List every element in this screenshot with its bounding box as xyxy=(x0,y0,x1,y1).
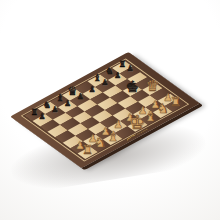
product-photo-scene: ♜♞♝♛♝♞♜♟♟♟♟♟♟♟♟♚♛♟♟♟♟♟♟♟♟♜♞♝♚♝♞♜ xyxy=(0,0,220,220)
